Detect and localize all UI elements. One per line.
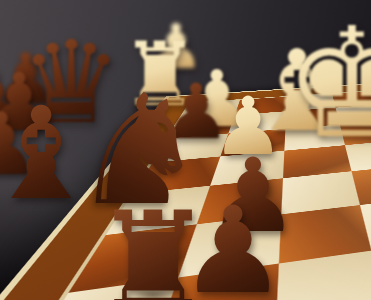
chess-photo-scene: ♟♟♟♟♛♝♞♟♜♟♟♜♟♟♟♝♚ bbox=[0, 0, 371, 300]
dark-rook: ♜ bbox=[91, 194, 215, 300]
pieces-layer: ♟♟♟♟♛♝♞♟♜♟♟♜♟♟♟♝♚ bbox=[0, 0, 371, 300]
